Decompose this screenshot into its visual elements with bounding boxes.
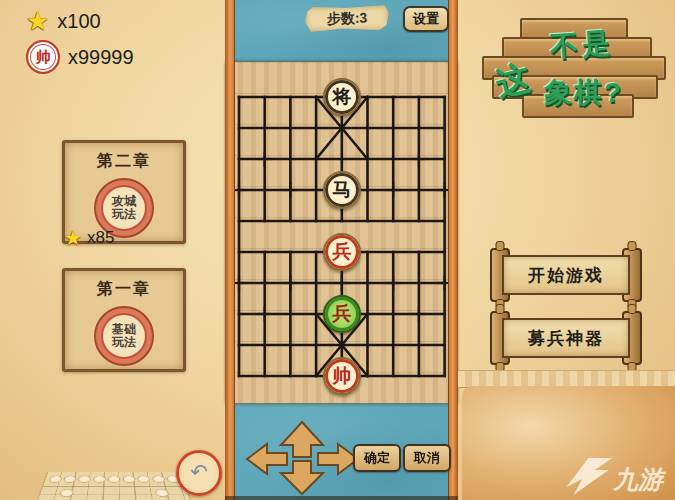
wood-rail-right	[448, 0, 458, 500]
shuai-coin-icon: 帅	[26, 40, 60, 74]
jiuyou-watermark: 九游	[553, 454, 673, 498]
wood-rail-left	[225, 0, 235, 500]
piece-black-general[interactable]: 将	[323, 78, 361, 116]
game-title-bottom: 象棋?	[544, 74, 623, 112]
jiuyou-logo-text: 九游	[612, 465, 667, 493]
settings-button[interactable]: 设置	[403, 6, 449, 32]
chapter-1-badge-line2: 玩法	[112, 336, 136, 349]
confirm-label: 确定	[364, 449, 390, 467]
star-count: x100	[57, 10, 100, 33]
xiangqi-board[interactable]: 将马兵兵帅	[225, 62, 458, 403]
piece-black-horse[interactable]: 马	[323, 171, 361, 209]
mini-board-piece	[48, 476, 63, 483]
mini-board-piece	[108, 476, 121, 483]
title-sign: 这 不是 象棋?	[468, 18, 665, 138]
game-title-top: 不是	[549, 24, 615, 66]
chapter-2-title: 第二章	[97, 151, 151, 172]
chapter-1-badge[interactable]: 基础 玩法	[94, 306, 154, 366]
mini-board-piece	[78, 476, 92, 483]
mini-board-piece	[59, 489, 74, 497]
mini-board-piece	[152, 476, 166, 483]
panel-bottom-edge	[225, 496, 458, 500]
mini-board-piece	[93, 476, 106, 483]
settings-label: 设置	[413, 10, 439, 28]
direction-pad[interactable]	[245, 420, 360, 496]
steps-counter: 步数:3	[305, 5, 390, 32]
start-game-button[interactable]: 开始游戏	[490, 250, 642, 300]
chapter-2-badge-line2: 玩法	[112, 208, 136, 221]
cancel-label: 取消	[414, 449, 440, 467]
steps-label: 步数:3	[327, 9, 368, 28]
mini-board-piece	[137, 476, 151, 483]
undo-button[interactable]: ↶	[176, 450, 222, 496]
recruit-soldier-button[interactable]: 募兵神器	[490, 313, 642, 363]
piece-red-soldier[interactable]: 兵	[323, 233, 361, 271]
mini-board-piece	[154, 489, 169, 497]
piece-red-general[interactable]: 帅	[323, 357, 361, 395]
star-currency: ★ x100	[26, 6, 101, 37]
start-game-label: 开始游戏	[528, 264, 604, 287]
mini-board-piece	[123, 476, 136, 483]
piece-green-soldier[interactable]: 兵	[323, 295, 361, 333]
arrow-left-button[interactable]	[247, 444, 287, 474]
recruit-soldier-label: 募兵神器	[528, 327, 604, 350]
chapter-2-star-count: x85	[87, 228, 114, 248]
shuai-count: x99999	[68, 46, 134, 69]
left-sidebar: ★ x100 帅 x99999 第二章 攻城 玩法 ★ x85 第一章 基础	[0, 0, 225, 500]
game-screen: ★ x100 帅 x99999 第二章 攻城 玩法 ★ x85 第一章 基础	[0, 0, 675, 500]
cancel-button[interactable]: 取消	[403, 444, 451, 472]
chapter-1-title: 第一章	[97, 279, 151, 300]
bottom-card: 九游	[462, 386, 675, 500]
star-icon: ★	[26, 6, 49, 37]
board-panel: 将马兵兵帅 步数:3 设置 确定 取消	[225, 0, 458, 500]
arrow-up-button[interactable]	[281, 422, 323, 457]
undo-arrow-icon: ↶	[190, 460, 208, 484]
chapter-2-stars: ★ x85	[64, 226, 114, 250]
chapter-card-1[interactable]: 第一章 基础 玩法	[62, 268, 186, 372]
right-sidebar: 这 不是 象棋? 开始游戏 募兵神器 九游	[458, 0, 675, 500]
shuai-currency: 帅 x99999	[26, 40, 134, 74]
star-icon: ★	[64, 226, 82, 250]
confirm-button[interactable]: 确定	[353, 444, 401, 472]
mini-board-piece	[63, 476, 77, 483]
arrow-right-button[interactable]	[318, 444, 358, 474]
